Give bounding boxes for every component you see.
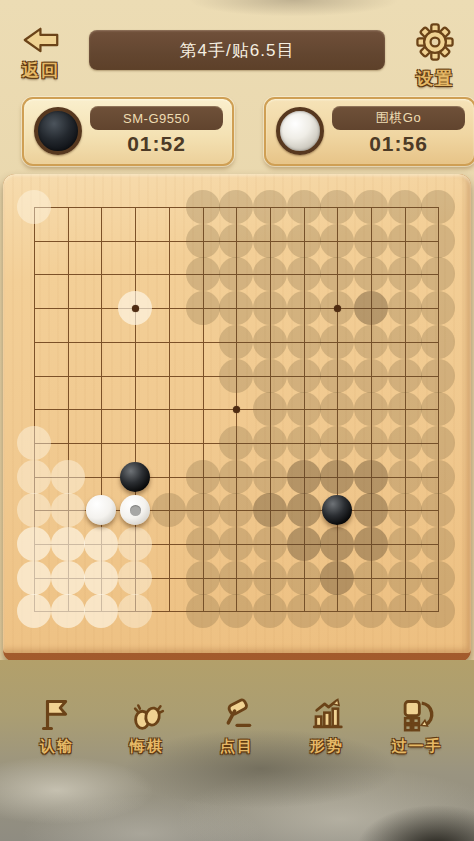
black-influence-marker xyxy=(388,257,422,291)
black-influence-marker xyxy=(219,527,253,561)
black-influence-marker xyxy=(320,392,354,426)
black-influence-marker xyxy=(287,392,321,426)
undo-button[interactable]: 悔棋 xyxy=(112,686,182,770)
black-influence-marker xyxy=(253,325,287,359)
black-influence-marker xyxy=(354,426,388,460)
black-influence-marker xyxy=(253,224,287,258)
black-influence-marker xyxy=(219,460,253,494)
white-influence-marker xyxy=(51,493,85,527)
black-influence-marker xyxy=(287,190,321,224)
count-label: 点目 xyxy=(220,737,254,756)
black-influence-marker xyxy=(287,493,321,527)
black-influence-marker xyxy=(320,359,354,393)
last-move-marker xyxy=(130,505,141,516)
black-influence-marker xyxy=(388,325,422,359)
back-label: 返回 xyxy=(10,59,72,82)
black-influence-marker xyxy=(253,594,287,628)
black-influence-marker xyxy=(219,257,253,291)
white-influence-marker xyxy=(118,527,152,561)
black-influence-marker xyxy=(287,426,321,460)
settings-button[interactable]: 设置 xyxy=(404,22,466,90)
star-point xyxy=(334,305,341,312)
settings-label: 设置 xyxy=(404,67,466,90)
black-influence-marker xyxy=(253,257,287,291)
black-influence-marker xyxy=(354,224,388,258)
player-name-white: 围棋Go xyxy=(376,109,421,127)
resign-button[interactable]: 认输 xyxy=(22,686,92,770)
game-status-text: 第4手/贴6.5目 xyxy=(180,39,295,62)
black-influence-marker xyxy=(388,359,422,393)
black-influence-marker xyxy=(421,392,455,426)
resign-label: 认输 xyxy=(40,737,74,756)
white-influence-marker xyxy=(51,527,85,561)
count-button[interactable]: 点目 xyxy=(202,686,272,770)
black-influence-marker xyxy=(320,325,354,359)
black-influence-marker xyxy=(388,493,422,527)
black-influence-marker xyxy=(287,561,321,595)
white-influence-marker xyxy=(17,426,51,460)
black-influence-marker xyxy=(287,224,321,258)
black-influence-marker xyxy=(354,392,388,426)
black-influence-marker xyxy=(287,291,321,325)
black-influence-marker xyxy=(354,527,388,561)
player-name-badge: SM-G9550 xyxy=(90,106,223,130)
black-influence-marker xyxy=(388,594,422,628)
black-influence-marker xyxy=(421,359,455,393)
black-influence-marker xyxy=(421,460,455,494)
white-influence-marker xyxy=(17,527,51,561)
black-influence-marker xyxy=(388,460,422,494)
black-stone-avatar-icon xyxy=(34,107,82,155)
black-influence-marker xyxy=(421,257,455,291)
black-influence-marker xyxy=(186,493,220,527)
black-influence-marker xyxy=(219,359,253,393)
player-panel-black: SM-G9550 01:52 xyxy=(22,97,234,166)
black-influence-marker xyxy=(421,426,455,460)
black-influence-marker xyxy=(421,561,455,595)
pass-label: 过一手 xyxy=(392,737,443,756)
situation-label: 形势 xyxy=(310,737,344,756)
white-influence-marker xyxy=(17,190,51,224)
black-influence-marker xyxy=(219,224,253,258)
black-influence-marker xyxy=(320,527,354,561)
black-influence-marker xyxy=(152,493,186,527)
back-button[interactable]: 返回 xyxy=(10,26,72,82)
stones-icon xyxy=(128,690,166,734)
black-influence-marker xyxy=(186,527,220,561)
player-timer-black: 01:52 xyxy=(90,132,223,156)
black-influence-marker xyxy=(219,291,253,325)
gavel-icon xyxy=(218,690,256,734)
player-timer-white: 01:56 xyxy=(332,132,465,156)
black-stone xyxy=(120,462,150,492)
white-influence-marker xyxy=(84,561,118,595)
black-influence-marker xyxy=(421,224,455,258)
black-influence-marker xyxy=(253,190,287,224)
black-influence-marker xyxy=(253,527,287,561)
black-influence-marker xyxy=(253,291,287,325)
black-influence-marker xyxy=(287,257,321,291)
star-point xyxy=(233,406,240,413)
black-influence-marker xyxy=(354,325,388,359)
black-influence-marker xyxy=(253,561,287,595)
player-name-badge: 围棋Go xyxy=(332,106,465,130)
white-stone-avatar-icon xyxy=(276,107,324,155)
black-influence-marker xyxy=(388,190,422,224)
pass-icon xyxy=(398,690,436,734)
go-board xyxy=(3,174,471,662)
black-influence-marker xyxy=(354,257,388,291)
white-influence-marker xyxy=(51,594,85,628)
black-influence-marker xyxy=(354,493,388,527)
black-influence-marker xyxy=(320,561,354,595)
white-stone xyxy=(120,495,150,525)
black-influence-marker xyxy=(421,291,455,325)
black-influence-marker xyxy=(186,594,220,628)
black-influence-marker xyxy=(219,325,253,359)
black-influence-marker xyxy=(186,291,220,325)
black-influence-marker xyxy=(320,594,354,628)
black-influence-marker xyxy=(421,594,455,628)
black-influence-marker xyxy=(219,493,253,527)
black-influence-marker xyxy=(320,426,354,460)
gear-icon xyxy=(415,22,455,62)
black-influence-marker xyxy=(388,291,422,325)
black-influence-marker xyxy=(354,291,388,325)
black-influence-marker xyxy=(219,594,253,628)
black-influence-marker xyxy=(253,426,287,460)
white-influence-marker xyxy=(51,460,85,494)
white-influence-marker xyxy=(17,460,51,494)
white-influence-marker xyxy=(51,561,85,595)
black-influence-marker xyxy=(287,594,321,628)
black-influence-marker xyxy=(421,325,455,359)
black-stone xyxy=(322,495,352,525)
white-influence-marker xyxy=(118,561,152,595)
black-influence-marker xyxy=(388,392,422,426)
white-influence-marker xyxy=(17,493,51,527)
black-influence-marker xyxy=(219,426,253,460)
black-influence-marker xyxy=(287,325,321,359)
black-influence-marker xyxy=(186,190,220,224)
black-influence-marker xyxy=(388,527,422,561)
black-influence-marker xyxy=(253,493,287,527)
black-influence-marker xyxy=(354,190,388,224)
black-influence-marker xyxy=(320,257,354,291)
player-panel-white: 围棋Go 01:56 xyxy=(264,97,474,166)
black-influence-marker xyxy=(219,561,253,595)
black-influence-marker xyxy=(287,460,321,494)
white-influence-marker xyxy=(17,561,51,595)
undo-label: 悔棋 xyxy=(130,737,164,756)
black-influence-marker xyxy=(421,493,455,527)
black-influence-marker xyxy=(388,426,422,460)
situation-button[interactable]: 形势 xyxy=(292,686,362,770)
black-influence-marker xyxy=(388,224,422,258)
white-influence-marker xyxy=(84,527,118,561)
black-influence-marker xyxy=(354,359,388,393)
black-influence-marker xyxy=(354,594,388,628)
black-influence-marker xyxy=(219,190,253,224)
chart-icon xyxy=(308,690,346,734)
black-influence-marker xyxy=(186,460,220,494)
player-name-black: SM-G9550 xyxy=(123,111,190,126)
white-influence-marker xyxy=(118,594,152,628)
black-influence-marker xyxy=(421,527,455,561)
white-influence-marker xyxy=(84,594,118,628)
black-influence-marker xyxy=(287,527,321,561)
phone-screen: 返回 第4手/贴6.5目 设置 SM-G9550 01:5 xyxy=(0,0,474,841)
board-surface[interactable] xyxy=(3,174,471,653)
black-influence-marker xyxy=(186,224,220,258)
black-influence-marker xyxy=(186,561,220,595)
flag-icon xyxy=(38,690,76,734)
black-influence-marker xyxy=(253,392,287,426)
white-influence-marker xyxy=(17,594,51,628)
black-influence-marker xyxy=(287,359,321,393)
black-influence-marker xyxy=(320,190,354,224)
toolbar: 认输 悔棋 点目 xyxy=(0,686,474,770)
game-status-pill: 第4手/贴6.5目 xyxy=(89,30,385,70)
black-influence-marker xyxy=(253,460,287,494)
back-arrow-icon xyxy=(18,26,64,54)
black-influence-marker xyxy=(253,359,287,393)
black-influence-marker xyxy=(421,190,455,224)
black-influence-marker xyxy=(354,460,388,494)
black-influence-marker xyxy=(320,224,354,258)
star-point xyxy=(132,305,139,312)
black-influence-marker xyxy=(320,460,354,494)
pass-button[interactable]: 过一手 xyxy=(382,686,452,770)
black-influence-marker xyxy=(388,561,422,595)
black-influence-marker xyxy=(186,257,220,291)
black-influence-marker xyxy=(354,561,388,595)
white-stone xyxy=(86,495,116,525)
